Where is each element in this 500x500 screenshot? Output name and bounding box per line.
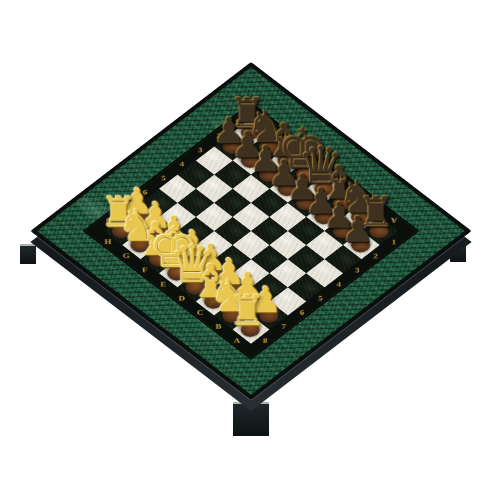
rank-label-text: 4 xyxy=(179,160,184,168)
board-foot-west xyxy=(20,244,36,264)
file-label-text: F xyxy=(299,146,305,154)
file-label-text: E xyxy=(317,160,323,168)
chess-board: HGFEDCBA HGFEDCBA 12345678 12345678 ♜♞♝♚… xyxy=(30,62,471,400)
file-label-text: D xyxy=(335,174,342,182)
bronze-pawn-piece: ♟ xyxy=(326,212,390,248)
rank-label-text: 3 xyxy=(198,146,203,154)
gold-rook-piece: ♜ xyxy=(216,290,280,332)
rank-label-text: 5 xyxy=(161,174,166,182)
rank-label-text: 2 xyxy=(216,132,221,140)
file-label-text: G xyxy=(280,132,287,140)
chess-set-photo: HGFEDCBA HGFEDCBA 12345678 12345678 ♜♞♝♚… xyxy=(0,0,500,500)
file-label-text: H xyxy=(262,118,269,126)
rank-label-text: 1 xyxy=(235,118,240,126)
